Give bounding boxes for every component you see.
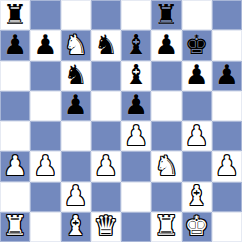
square-h5[interactable] (212, 91, 242, 121)
square-a6[interactable] (0, 61, 30, 91)
square-h3[interactable]: ♟ (212, 151, 242, 181)
black-pawn-piece[interactable]: ♟ (124, 91, 148, 118)
square-e1[interactable] (121, 212, 151, 242)
square-f2[interactable] (151, 182, 181, 212)
chess-board: ♜♜♟♟♞♞♝♟♚♞♝♟♟♟♟♟♟♟♟♟♞♟♟♝♜♝♛♜♚ (0, 0, 242, 242)
white-king-piece[interactable]: ♚ (185, 212, 209, 239)
square-c5[interactable]: ♟ (61, 91, 91, 121)
square-g4[interactable]: ♟ (182, 121, 212, 151)
white-pawn-piece[interactable]: ♟ (94, 152, 118, 179)
white-pawn-piece[interactable]: ♟ (64, 182, 88, 209)
square-c8[interactable] (61, 0, 91, 30)
square-c7[interactable]: ♞ (61, 30, 91, 60)
white-pawn-piece[interactable]: ♟ (3, 152, 27, 179)
white-pawn-piece[interactable]: ♟ (124, 122, 148, 149)
square-g8[interactable] (182, 0, 212, 30)
square-d3[interactable]: ♟ (91, 151, 121, 181)
square-a7[interactable]: ♟ (0, 30, 30, 60)
square-d7[interactable]: ♞ (91, 30, 121, 60)
square-b2[interactable] (30, 182, 60, 212)
black-rook-piece[interactable]: ♜ (3, 1, 27, 28)
black-rook-piece[interactable]: ♜ (154, 1, 178, 28)
square-d6[interactable] (91, 61, 121, 91)
white-pawn-piece[interactable]: ♟ (215, 152, 239, 179)
square-g6[interactable]: ♟ (182, 61, 212, 91)
square-g2[interactable]: ♝ (182, 182, 212, 212)
square-a3[interactable]: ♟ (0, 151, 30, 181)
square-h4[interactable] (212, 121, 242, 151)
square-g3[interactable] (182, 151, 212, 181)
square-f1[interactable]: ♜ (151, 212, 181, 242)
white-pawn-piece[interactable]: ♟ (185, 122, 209, 149)
square-g5[interactable] (182, 91, 212, 121)
square-g7[interactable]: ♚ (182, 30, 212, 60)
square-b8[interactable] (30, 0, 60, 30)
square-c1[interactable]: ♝ (61, 212, 91, 242)
square-h8[interactable] (212, 0, 242, 30)
white-knight-piece[interactable]: ♞ (154, 152, 178, 179)
black-bishop-piece[interactable]: ♝ (124, 61, 148, 88)
square-b5[interactable] (30, 91, 60, 121)
black-pawn-piece[interactable]: ♟ (185, 61, 209, 88)
square-d5[interactable] (91, 91, 121, 121)
white-bishop-piece[interactable]: ♝ (185, 182, 209, 209)
square-f4[interactable] (151, 121, 181, 151)
black-king-piece[interactable]: ♚ (185, 31, 209, 58)
square-f6[interactable] (151, 61, 181, 91)
white-knight-piece[interactable]: ♞ (64, 31, 88, 58)
square-a8[interactable]: ♜ (0, 0, 30, 30)
square-b1[interactable] (30, 212, 60, 242)
square-b3[interactable]: ♟ (30, 151, 60, 181)
black-pawn-piece[interactable]: ♟ (64, 91, 88, 118)
square-a2[interactable] (0, 182, 30, 212)
square-e8[interactable] (121, 0, 151, 30)
square-b4[interactable] (30, 121, 60, 151)
square-a1[interactable]: ♜ (0, 212, 30, 242)
square-e7[interactable]: ♝ (121, 30, 151, 60)
black-bishop-piece[interactable]: ♝ (124, 31, 148, 58)
square-g1[interactable]: ♚ (182, 212, 212, 242)
square-h6[interactable]: ♟ (212, 61, 242, 91)
square-d8[interactable] (91, 0, 121, 30)
square-e4[interactable]: ♟ (121, 121, 151, 151)
square-c3[interactable] (61, 151, 91, 181)
black-pawn-piece[interactable]: ♟ (215, 61, 239, 88)
square-a4[interactable] (0, 121, 30, 151)
square-a5[interactable] (0, 91, 30, 121)
square-e2[interactable] (121, 182, 151, 212)
square-e3[interactable] (121, 151, 151, 181)
square-e5[interactable]: ♟ (121, 91, 151, 121)
square-b7[interactable]: ♟ (30, 30, 60, 60)
white-queen-piece[interactable]: ♛ (94, 212, 118, 239)
square-f8[interactable]: ♜ (151, 0, 181, 30)
square-b6[interactable] (30, 61, 60, 91)
white-pawn-piece[interactable]: ♟ (33, 152, 57, 179)
square-f7[interactable]: ♟ (151, 30, 181, 60)
white-bishop-piece[interactable]: ♝ (64, 212, 88, 239)
square-c4[interactable] (61, 121, 91, 151)
black-pawn-piece[interactable]: ♟ (154, 31, 178, 58)
square-e6[interactable]: ♝ (121, 61, 151, 91)
black-pawn-piece[interactable]: ♟ (3, 31, 27, 58)
white-rook-piece[interactable]: ♜ (154, 212, 178, 239)
square-d2[interactable] (91, 182, 121, 212)
black-pawn-piece[interactable]: ♟ (33, 31, 57, 58)
square-d1[interactable]: ♛ (91, 212, 121, 242)
black-knight-piece[interactable]: ♞ (64, 61, 88, 88)
square-h7[interactable] (212, 30, 242, 60)
square-c6[interactable]: ♞ (61, 61, 91, 91)
square-h2[interactable] (212, 182, 242, 212)
square-d4[interactable] (91, 121, 121, 151)
white-rook-piece[interactable]: ♜ (3, 212, 27, 239)
square-f3[interactable]: ♞ (151, 151, 181, 181)
square-f5[interactable] (151, 91, 181, 121)
square-c2[interactable]: ♟ (61, 182, 91, 212)
black-knight-piece[interactable]: ♞ (94, 31, 118, 58)
square-h1[interactable] (212, 212, 242, 242)
